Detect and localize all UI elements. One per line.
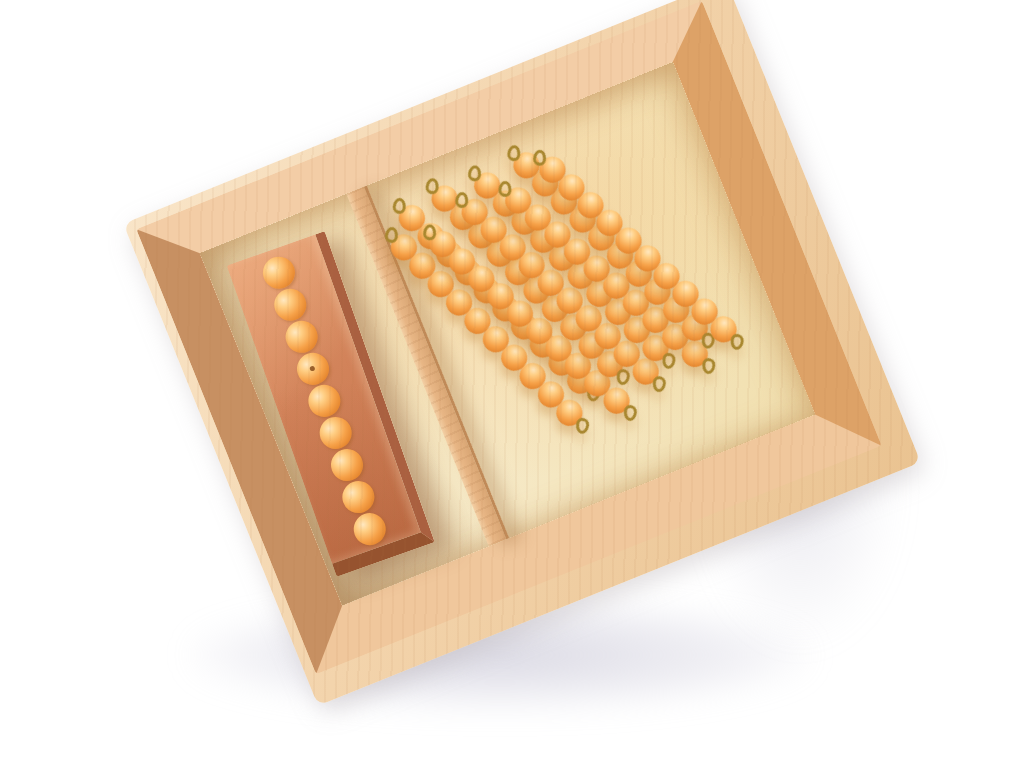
block-bead: [338, 477, 379, 518]
block-bead: [327, 445, 368, 486]
wire-loop-icon: [498, 181, 512, 198]
block-bead: [281, 316, 322, 357]
photo-scene: Overhead photo of a two-compartment beec…: [0, 0, 1024, 768]
block-bead: [349, 509, 390, 550]
wire-loop-icon: [702, 358, 716, 375]
block-bead: [270, 284, 311, 325]
wire-loop-icon: [652, 376, 666, 393]
caption: Overhead photo of a two-compartment beec…: [0, 0, 1, 1]
wire-loop-icon: [730, 333, 744, 350]
box-floor: [200, 62, 815, 605]
block-bead: [258, 252, 299, 293]
block-bead: [315, 413, 356, 454]
wire-loop-icon: [662, 352, 677, 369]
wire-loop-icon: [575, 417, 590, 434]
wire-loop-icon: [623, 405, 637, 422]
block-bead: [304, 380, 345, 421]
block-bead: [293, 348, 334, 389]
